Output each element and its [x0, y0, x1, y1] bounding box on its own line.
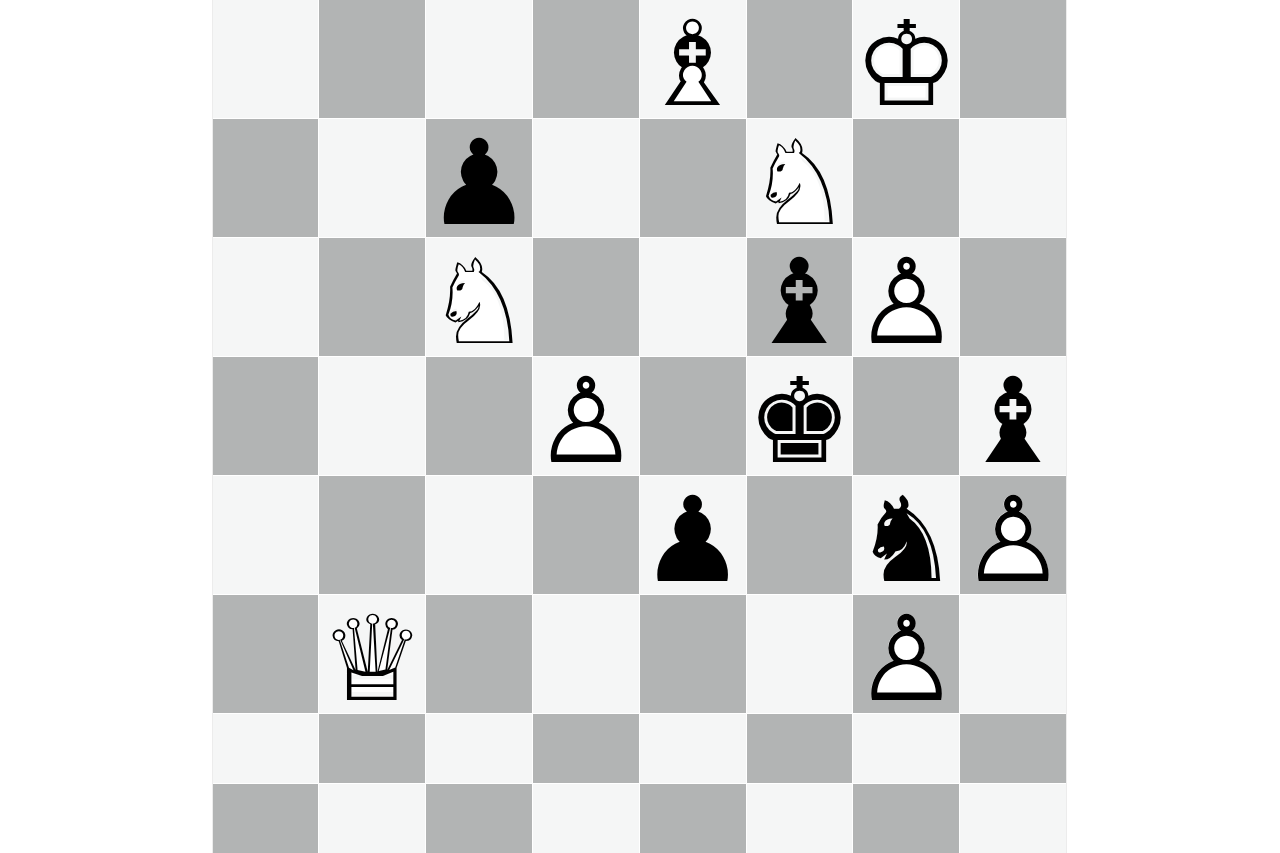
square-a1 — [213, 784, 318, 853]
square-c5 — [426, 357, 532, 475]
black-pawn-icon: ♟ — [426, 124, 532, 242]
square-a7 — [213, 119, 318, 237]
square-h3 — [960, 595, 1066, 713]
white-bishop-icon: ♗ — [640, 5, 746, 123]
square-g6: ♟♙ — [853, 238, 959, 356]
white-pawn-icon: ♙ — [853, 600, 959, 718]
square-a6 — [213, 238, 318, 356]
square-d1 — [533, 784, 639, 853]
square-h2 — [960, 714, 1066, 783]
square-h1 — [960, 784, 1066, 853]
piece-black-knight-g4: ♞ — [853, 476, 959, 594]
square-d7 — [533, 119, 639, 237]
square-b3: ♛♕ — [319, 595, 425, 713]
square-e8: ♝♗ — [640, 0, 746, 118]
white-knight-icon: ♘ — [747, 124, 853, 242]
square-b1 — [319, 784, 425, 853]
square-b7 — [319, 119, 425, 237]
piece-black-king-f5: ♚ — [747, 357, 853, 475]
square-b5 — [319, 357, 425, 475]
piece-white-pawn-g3: ♟♙ — [853, 595, 959, 713]
square-c4 — [426, 476, 532, 594]
square-g1 — [853, 784, 959, 853]
square-f5: ♚ — [747, 357, 853, 475]
chess-board: ♝♗♚♔♟♞♘♞♘♝♟♙♟♙♚♝♟♞♟♙♛♕♟♙ — [213, 0, 1066, 853]
white-king-icon: ♔ — [853, 5, 959, 123]
square-a8 — [213, 0, 318, 118]
piece-white-knight-f7: ♞♘ — [747, 119, 853, 237]
square-e2 — [640, 714, 746, 783]
piece-black-bishop-f6: ♝ — [747, 238, 853, 356]
black-bishop-icon: ♝ — [960, 362, 1066, 480]
white-knight-icon: ♘ — [426, 243, 532, 361]
black-bishop-icon: ♝ — [747, 243, 853, 361]
white-pawn-icon: ♙ — [960, 481, 1066, 599]
square-a3 — [213, 595, 318, 713]
square-g3: ♟♙ — [853, 595, 959, 713]
square-d5: ♟♙ — [533, 357, 639, 475]
square-c7: ♟ — [426, 119, 532, 237]
square-d8 — [533, 0, 639, 118]
piece-black-pawn-c7: ♟ — [426, 119, 532, 237]
square-f8 — [747, 0, 853, 118]
square-h7 — [960, 119, 1066, 237]
square-a2 — [213, 714, 318, 783]
square-c6: ♞♘ — [426, 238, 532, 356]
piece-white-pawn-g6: ♟♙ — [853, 238, 959, 356]
square-c8 — [426, 0, 532, 118]
piece-white-bishop-e8: ♝♗ — [640, 0, 746, 118]
square-b8 — [319, 0, 425, 118]
piece-black-pawn-e4: ♟ — [640, 476, 746, 594]
piece-black-bishop-h5: ♝ — [960, 357, 1066, 475]
square-a4 — [213, 476, 318, 594]
piece-white-king-g8: ♚♔ — [853, 0, 959, 118]
square-c2 — [426, 714, 532, 783]
square-f2 — [747, 714, 853, 783]
square-b4 — [319, 476, 425, 594]
square-d2 — [533, 714, 639, 783]
square-c1 — [426, 784, 532, 853]
piece-white-pawn-d5: ♟♙ — [533, 357, 639, 475]
square-e5 — [640, 357, 746, 475]
square-f1 — [747, 784, 853, 853]
square-h4: ♟♙ — [960, 476, 1066, 594]
square-c3 — [426, 595, 532, 713]
square-d6 — [533, 238, 639, 356]
square-f7: ♞♘ — [747, 119, 853, 237]
square-a5 — [213, 357, 318, 475]
white-pawn-icon: ♙ — [533, 362, 639, 480]
white-queen-icon: ♕ — [319, 600, 425, 718]
square-d4 — [533, 476, 639, 594]
white-pawn-icon: ♙ — [853, 243, 959, 361]
piece-white-knight-c6: ♞♘ — [426, 238, 532, 356]
black-knight-icon: ♞ — [853, 481, 959, 599]
square-f4 — [747, 476, 853, 594]
page-background: ♝♗♚♔♟♞♘♞♘♝♟♙♟♙♚♝♟♞♟♙♛♕♟♙ — [0, 0, 1280, 853]
square-g5 — [853, 357, 959, 475]
square-e1 — [640, 784, 746, 853]
square-e3 — [640, 595, 746, 713]
square-d3 — [533, 595, 639, 713]
square-e4: ♟ — [640, 476, 746, 594]
square-b6 — [319, 238, 425, 356]
square-h6 — [960, 238, 1066, 356]
square-e7 — [640, 119, 746, 237]
square-g8: ♚♔ — [853, 0, 959, 118]
piece-white-pawn-h4: ♟♙ — [960, 476, 1066, 594]
black-pawn-icon: ♟ — [640, 481, 746, 599]
square-h8 — [960, 0, 1066, 118]
black-king-icon: ♚ — [747, 362, 853, 480]
square-h5: ♝ — [960, 357, 1066, 475]
piece-white-queen-b3: ♛♕ — [319, 595, 425, 713]
square-f6: ♝ — [747, 238, 853, 356]
square-g4: ♞ — [853, 476, 959, 594]
square-f3 — [747, 595, 853, 713]
square-g7 — [853, 119, 959, 237]
square-e6 — [640, 238, 746, 356]
